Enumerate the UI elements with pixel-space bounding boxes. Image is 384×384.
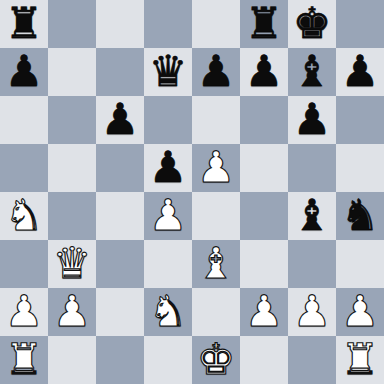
square-c8[interactable] [96,0,144,48]
square-d4[interactable]: ♟ [144,192,192,240]
square-g8[interactable]: ♚ [288,0,336,48]
piece-white-bishop[interactable]: ♝ [197,239,236,287]
piece-white-knight[interactable]: ♞ [149,287,188,335]
square-h5[interactable] [336,144,384,192]
piece-black-pawn[interactable]: ♟ [101,95,140,143]
piece-black-rook[interactable]: ♜ [245,0,284,47]
square-b2[interactable]: ♟ [48,288,96,336]
piece-white-pawn[interactable]: ♟ [293,287,332,335]
square-e7[interactable]: ♟ [192,48,240,96]
square-c2[interactable] [96,288,144,336]
chess-board: ♜♜♚♟♛♟♟♝♟♟♟♟♟♞♟♝♞♛♝♟♟♞♟♟♟♜♚♜ [0,0,384,384]
square-c5[interactable] [96,144,144,192]
square-g4[interactable]: ♝ [288,192,336,240]
piece-white-pawn[interactable]: ♟ [53,287,92,335]
square-e5[interactable]: ♟ [192,144,240,192]
piece-white-rook[interactable]: ♜ [341,335,380,383]
square-a5[interactable] [0,144,48,192]
square-a6[interactable] [0,96,48,144]
square-h1[interactable]: ♜ [336,336,384,384]
square-a3[interactable] [0,240,48,288]
piece-black-bishop[interactable]: ♝ [293,47,332,95]
square-e3[interactable]: ♝ [192,240,240,288]
square-e2[interactable] [192,288,240,336]
piece-white-rook[interactable]: ♜ [5,335,44,383]
square-e6[interactable] [192,96,240,144]
square-f2[interactable]: ♟ [240,288,288,336]
piece-white-pawn[interactable]: ♟ [341,287,380,335]
piece-white-pawn[interactable]: ♟ [245,287,284,335]
square-a8[interactable]: ♜ [0,0,48,48]
piece-black-pawn[interactable]: ♟ [341,47,380,95]
piece-black-pawn[interactable]: ♟ [293,95,332,143]
square-g6[interactable]: ♟ [288,96,336,144]
square-d8[interactable] [144,0,192,48]
square-f6[interactable] [240,96,288,144]
square-a4[interactable]: ♞ [0,192,48,240]
square-e4[interactable] [192,192,240,240]
piece-black-pawn[interactable]: ♟ [197,47,236,95]
piece-black-queen[interactable]: ♛ [149,47,188,95]
square-c4[interactable] [96,192,144,240]
square-b1[interactable] [48,336,96,384]
square-c3[interactable] [96,240,144,288]
piece-black-rook[interactable]: ♜ [5,0,44,47]
piece-black-bishop[interactable]: ♝ [293,191,332,239]
square-h2[interactable]: ♟ [336,288,384,336]
square-d7[interactable]: ♛ [144,48,192,96]
piece-black-pawn[interactable]: ♟ [149,143,188,191]
square-h6[interactable] [336,96,384,144]
square-a7[interactable]: ♟ [0,48,48,96]
square-f4[interactable] [240,192,288,240]
square-b6[interactable] [48,96,96,144]
square-d3[interactable] [144,240,192,288]
piece-black-knight[interactable]: ♞ [341,191,380,239]
square-h3[interactable] [336,240,384,288]
square-d2[interactable]: ♞ [144,288,192,336]
square-c7[interactable] [96,48,144,96]
square-f7[interactable]: ♟ [240,48,288,96]
square-e1[interactable]: ♚ [192,336,240,384]
square-g7[interactable]: ♝ [288,48,336,96]
piece-white-pawn[interactable]: ♟ [197,143,236,191]
square-f5[interactable] [240,144,288,192]
piece-black-pawn[interactable]: ♟ [5,47,44,95]
square-b5[interactable] [48,144,96,192]
square-g3[interactable] [288,240,336,288]
square-c6[interactable]: ♟ [96,96,144,144]
square-h8[interactable] [336,0,384,48]
piece-white-king[interactable]: ♚ [197,335,236,383]
piece-black-pawn[interactable]: ♟ [245,47,284,95]
square-d1[interactable] [144,336,192,384]
square-f3[interactable] [240,240,288,288]
square-h7[interactable]: ♟ [336,48,384,96]
square-e8[interactable] [192,0,240,48]
square-d5[interactable]: ♟ [144,144,192,192]
square-b3[interactable]: ♛ [48,240,96,288]
square-g5[interactable] [288,144,336,192]
square-f1[interactable] [240,336,288,384]
square-f8[interactable]: ♜ [240,0,288,48]
piece-white-pawn[interactable]: ♟ [5,287,44,335]
square-d6[interactable] [144,96,192,144]
piece-white-pawn[interactable]: ♟ [149,191,188,239]
square-h4[interactable]: ♞ [336,192,384,240]
piece-black-king[interactable]: ♚ [293,0,332,47]
square-g1[interactable] [288,336,336,384]
square-c1[interactable] [96,336,144,384]
piece-white-knight[interactable]: ♞ [5,191,44,239]
square-b7[interactable] [48,48,96,96]
square-a2[interactable]: ♟ [0,288,48,336]
piece-white-queen[interactable]: ♛ [53,239,92,287]
square-a1[interactable]: ♜ [0,336,48,384]
square-b8[interactable] [48,0,96,48]
square-g2[interactable]: ♟ [288,288,336,336]
square-b4[interactable] [48,192,96,240]
